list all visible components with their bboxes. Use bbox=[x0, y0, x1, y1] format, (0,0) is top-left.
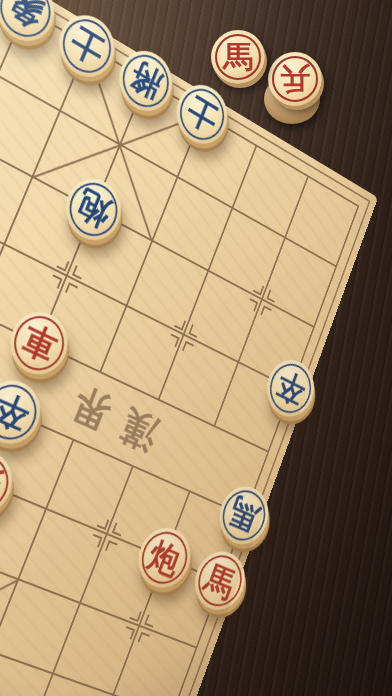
point-mark-corner bbox=[112, 523, 125, 537]
captured-piece-red-soldier: 兵 bbox=[268, 52, 322, 106]
point-mark-corner bbox=[260, 305, 271, 318]
file-line-lower bbox=[0, 412, 12, 696]
point-mark-corner bbox=[144, 614, 156, 627]
piece-character: 馬 bbox=[223, 42, 253, 72]
piece-character: 兵 bbox=[280, 64, 310, 94]
captured-piece-red-horse: 馬 bbox=[211, 30, 265, 84]
file-line-lower bbox=[24, 466, 133, 696]
point-mark-corner bbox=[105, 540, 118, 554]
palace-diagonal bbox=[0, 579, 18, 681]
xiangqi-app-screen: 漢界楚河 象士將士炮車卒卒兵馬炮馬 馬兵 bbox=[0, 0, 392, 696]
point-mark-corner bbox=[65, 282, 78, 296]
palace-diagonal bbox=[32, 114, 202, 178]
xiangqi-board[interactable]: 漢界楚河 象士將士炮車卒卒兵馬炮馬 bbox=[0, 0, 378, 696]
point-mark-corner bbox=[182, 341, 194, 355]
point-mark-corner bbox=[138, 632, 150, 645]
